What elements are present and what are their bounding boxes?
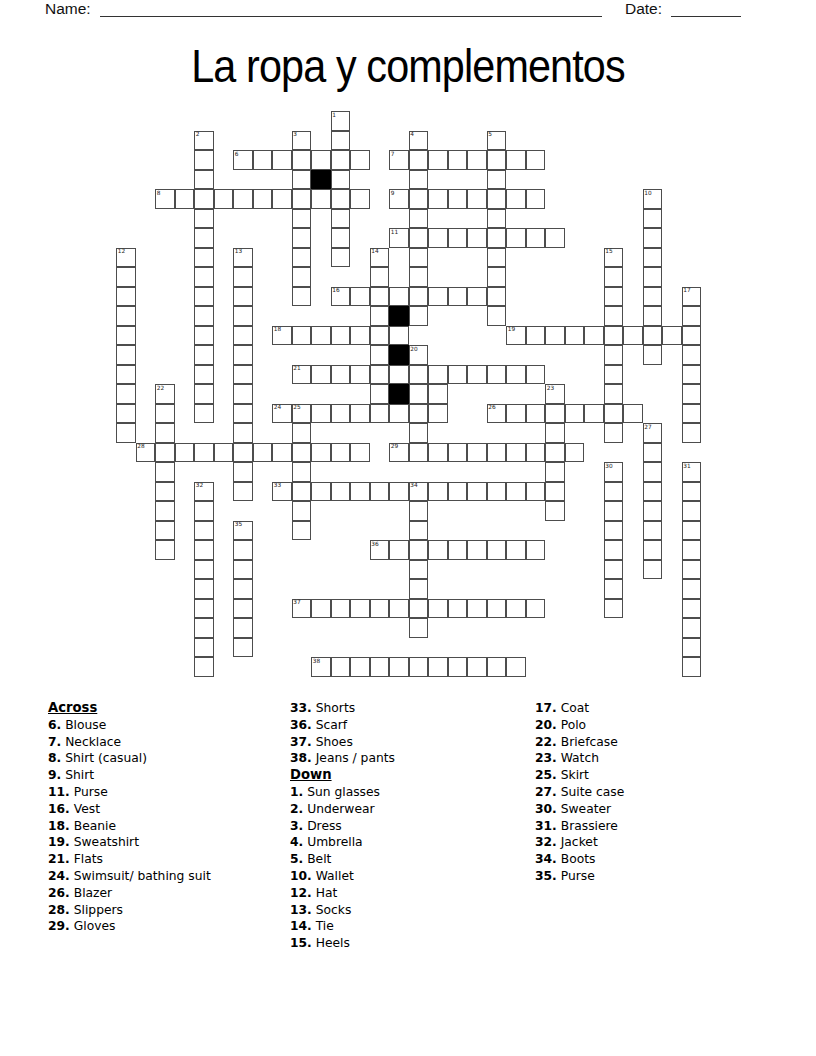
grid-cell[interactable]	[370, 384, 390, 404]
grid-cell[interactable]	[272, 443, 292, 463]
grid-cell[interactable]	[643, 287, 663, 307]
grid-cell[interactable]	[467, 228, 487, 248]
grid-cell[interactable]	[506, 599, 526, 619]
grid-cell[interactable]	[448, 228, 468, 248]
grid-cell[interactable]	[292, 267, 312, 287]
grid-cell[interactable]	[233, 404, 253, 424]
grid-cell[interactable]	[233, 384, 253, 404]
grid-cell[interactable]	[409, 150, 429, 170]
grid-cell[interactable]	[643, 326, 663, 346]
grid-cell[interactable]	[409, 306, 429, 326]
grid-cell[interactable]	[604, 287, 624, 307]
grid-cell[interactable]	[428, 150, 448, 170]
grid-cell[interactable]	[604, 579, 624, 599]
grid-cell[interactable]	[409, 443, 429, 463]
grid-cell[interactable]: 18	[272, 326, 292, 346]
grid-cell[interactable]	[682, 638, 702, 658]
grid-cell[interactable]	[350, 443, 370, 463]
grid-cell[interactable]	[194, 248, 214, 268]
grid-cell[interactable]	[194, 365, 214, 385]
grid-cell[interactable]: 37	[292, 599, 312, 619]
grid-cell[interactable]	[662, 326, 682, 346]
grid-cell[interactable]	[467, 189, 487, 209]
grid-cell[interactable]	[292, 150, 312, 170]
grid-cell[interactable]	[428, 443, 448, 463]
grid-cell[interactable]	[428, 599, 448, 619]
grid-cell[interactable]	[428, 189, 448, 209]
grid-cell[interactable]	[389, 599, 409, 619]
grid-cell[interactable]	[409, 599, 429, 619]
grid-cell[interactable]	[428, 365, 448, 385]
grid-cell[interactable]	[194, 228, 214, 248]
grid-cell[interactable]	[487, 189, 507, 209]
grid-cell[interactable]	[116, 306, 136, 326]
grid-cell[interactable]	[526, 326, 546, 346]
grid-cell[interactable]	[428, 287, 448, 307]
grid-cell[interactable]	[604, 384, 624, 404]
grid-cell[interactable]	[643, 443, 663, 463]
grid-cell[interactable]: 16	[331, 287, 351, 307]
grid-cell[interactable]	[526, 365, 546, 385]
grid-cell[interactable]	[389, 657, 409, 677]
grid-cell[interactable]	[467, 150, 487, 170]
grid-cell[interactable]	[370, 599, 390, 619]
grid-cell[interactable]	[506, 404, 526, 424]
grid-cell[interactable]: 3	[292, 131, 312, 151]
grid-cell[interactable]	[487, 248, 507, 268]
grid-cell[interactable]	[292, 209, 312, 229]
grid-cell[interactable]	[389, 287, 409, 307]
grid-cell[interactable]	[643, 267, 663, 287]
grid-cell[interactable]	[448, 287, 468, 307]
grid-cell[interactable]	[331, 189, 351, 209]
grid-cell[interactable]	[311, 326, 331, 346]
grid-cell[interactable]	[428, 540, 448, 560]
grid-cell[interactable]	[487, 287, 507, 307]
grid-cell[interactable]	[272, 150, 292, 170]
grid-cell[interactable]	[350, 326, 370, 346]
grid-cell[interactable]	[311, 189, 331, 209]
grid-cell[interactable]	[311, 365, 331, 385]
grid-cell[interactable]: 19	[506, 326, 526, 346]
grid-cell[interactable]	[467, 365, 487, 385]
grid-cell[interactable]	[370, 306, 390, 326]
grid-cell[interactable]	[682, 540, 702, 560]
grid-cell[interactable]	[194, 287, 214, 307]
grid-cell[interactable]	[331, 209, 351, 229]
grid-cell[interactable]	[643, 248, 663, 268]
grid-cell[interactable]	[253, 150, 273, 170]
grid-cell[interactable]: 12	[116, 248, 136, 268]
grid-cell[interactable]	[506, 189, 526, 209]
grid-cell[interactable]	[643, 209, 663, 229]
grid-cell[interactable]	[233, 189, 253, 209]
grid-cell[interactable]	[604, 404, 624, 424]
grid-cell[interactable]	[467, 443, 487, 463]
grid-cell[interactable]	[545, 501, 565, 521]
grid-cell[interactable]	[233, 462, 253, 482]
grid-cell[interactable]	[194, 326, 214, 346]
grid-cell[interactable]: 22	[155, 384, 175, 404]
grid-cell[interactable]	[194, 267, 214, 287]
grid-cell[interactable]	[448, 482, 468, 502]
grid-cell[interactable]	[194, 189, 214, 209]
grid-cell[interactable]	[643, 306, 663, 326]
grid-cell[interactable]	[331, 150, 351, 170]
grid-cell[interactable]	[311, 443, 331, 463]
grid-cell[interactable]	[448, 599, 468, 619]
grid-cell[interactable]	[448, 189, 468, 209]
grid-cell[interactable]	[370, 482, 390, 502]
grid-cell[interactable]	[467, 657, 487, 677]
grid-cell[interactable]	[194, 404, 214, 424]
grid-cell[interactable]	[311, 482, 331, 502]
grid-cell[interactable]	[350, 657, 370, 677]
grid-cell[interactable]	[389, 540, 409, 560]
grid-cell[interactable]	[116, 345, 136, 365]
grid-cell[interactable]	[487, 228, 507, 248]
grid-cell[interactable]	[487, 209, 507, 229]
grid-cell[interactable]: 2	[194, 131, 214, 151]
grid-cell[interactable]	[253, 189, 273, 209]
grid-cell[interactable]	[155, 443, 175, 463]
grid-cell[interactable]	[467, 599, 487, 619]
grid-cell[interactable]	[389, 365, 409, 385]
grid-cell[interactable]: 25	[292, 404, 312, 424]
grid-cell[interactable]	[409, 170, 429, 190]
grid-cell[interactable]	[155, 462, 175, 482]
grid-cell[interactable]	[545, 326, 565, 346]
grid-cell[interactable]	[370, 365, 390, 385]
grid-cell[interactable]	[155, 521, 175, 541]
grid-cell[interactable]	[545, 443, 565, 463]
grid-cell[interactable]	[350, 189, 370, 209]
grid-cell[interactable]	[194, 501, 214, 521]
grid-cell[interactable]	[448, 540, 468, 560]
grid-cell[interactable]	[292, 170, 312, 190]
grid-cell[interactable]: 4	[409, 131, 429, 151]
grid-cell[interactable]	[604, 540, 624, 560]
grid-cell[interactable]: 28	[136, 443, 156, 463]
grid-cell[interactable]	[448, 365, 468, 385]
grid-cell[interactable]	[682, 306, 702, 326]
grid-cell[interactable]	[253, 443, 273, 463]
grid-cell[interactable]	[506, 365, 526, 385]
grid-cell[interactable]	[194, 599, 214, 619]
grid-cell[interactable]	[643, 560, 663, 580]
grid-cell[interactable]	[448, 443, 468, 463]
grid-cell[interactable]: 31	[682, 462, 702, 482]
grid-cell[interactable]	[370, 287, 390, 307]
grid-cell[interactable]	[409, 579, 429, 599]
grid-cell[interactable]	[682, 384, 702, 404]
grid-cell[interactable]	[331, 228, 351, 248]
grid-cell[interactable]: 30	[604, 462, 624, 482]
grid-cell[interactable]	[292, 423, 312, 443]
grid-cell[interactable]: 32	[194, 482, 214, 502]
grid-cell[interactable]	[526, 443, 546, 463]
grid-cell[interactable]	[194, 443, 214, 463]
grid-cell[interactable]	[194, 657, 214, 677]
grid-cell[interactable]	[116, 326, 136, 346]
grid-cell[interactable]	[272, 189, 292, 209]
grid-cell[interactable]	[194, 384, 214, 404]
grid-cell[interactable]	[292, 189, 312, 209]
grid-cell[interactable]	[448, 150, 468, 170]
grid-cell[interactable]	[409, 560, 429, 580]
grid-cell[interactable]: 11	[389, 228, 409, 248]
grid-cell[interactable]	[370, 326, 390, 346]
grid-cell[interactable]	[350, 404, 370, 424]
grid-cell[interactable]	[233, 287, 253, 307]
grid-cell[interactable]	[487, 267, 507, 287]
grid-cell[interactable]	[409, 657, 429, 677]
grid-cell[interactable]	[233, 443, 253, 463]
grid-cell[interactable]: 35	[233, 521, 253, 541]
grid-cell[interactable]: 17	[682, 287, 702, 307]
grid-cell[interactable]	[370, 345, 390, 365]
grid-cell[interactable]	[233, 365, 253, 385]
date-input-line[interactable]	[671, 16, 741, 17]
grid-cell[interactable]	[409, 189, 429, 209]
grid-cell[interactable]: 6	[233, 150, 253, 170]
grid-cell[interactable]: 20	[409, 345, 429, 365]
grid-cell[interactable]	[155, 423, 175, 443]
grid-cell[interactable]	[604, 501, 624, 521]
grid-cell[interactable]	[623, 326, 643, 346]
grid-cell[interactable]	[604, 326, 624, 346]
grid-cell[interactable]	[526, 150, 546, 170]
grid-cell[interactable]	[350, 599, 370, 619]
grid-cell[interactable]: 33	[272, 482, 292, 502]
grid-cell[interactable]	[604, 306, 624, 326]
grid-cell[interactable]	[331, 404, 351, 424]
grid-cell[interactable]	[682, 618, 702, 638]
grid-cell[interactable]	[487, 306, 507, 326]
grid-cell[interactable]	[194, 170, 214, 190]
grid-cell[interactable]	[428, 657, 448, 677]
grid-cell[interactable]	[682, 501, 702, 521]
grid-cell[interactable]	[467, 540, 487, 560]
grid-cell[interactable]: 34	[409, 482, 429, 502]
grid-cell[interactable]	[409, 209, 429, 229]
grid-cell[interactable]	[194, 150, 214, 170]
grid-cell[interactable]	[487, 150, 507, 170]
grid-cell[interactable]	[233, 618, 253, 638]
grid-cell[interactable]	[643, 482, 663, 502]
grid-cell[interactable]: 24	[272, 404, 292, 424]
grid-cell[interactable]	[350, 365, 370, 385]
grid-cell[interactable]	[292, 521, 312, 541]
grid-cell[interactable]	[370, 657, 390, 677]
grid-cell[interactable]	[311, 404, 331, 424]
grid-cell[interactable]	[194, 560, 214, 580]
grid-cell[interactable]	[682, 657, 702, 677]
grid-cell[interactable]	[233, 482, 253, 502]
grid-cell[interactable]: 14	[370, 248, 390, 268]
grid-cell[interactable]	[292, 443, 312, 463]
grid-cell[interactable]	[448, 657, 468, 677]
grid-cell[interactable]	[545, 228, 565, 248]
grid-cell[interactable]	[331, 599, 351, 619]
grid-cell[interactable]	[233, 345, 253, 365]
grid-cell[interactable]	[409, 423, 429, 443]
grid-cell[interactable]: 27	[643, 423, 663, 443]
grid-cell[interactable]	[331, 131, 351, 151]
grid-cell[interactable]	[194, 521, 214, 541]
grid-cell[interactable]	[526, 599, 546, 619]
grid-cell[interactable]	[643, 521, 663, 541]
grid-cell[interactable]	[643, 462, 663, 482]
grid-cell[interactable]	[311, 599, 331, 619]
grid-cell[interactable]: 23	[545, 384, 565, 404]
grid-cell[interactable]	[331, 326, 351, 346]
grid-cell[interactable]: 29	[389, 443, 409, 463]
grid-cell[interactable]	[604, 423, 624, 443]
grid-cell[interactable]	[487, 365, 507, 385]
grid-cell[interactable]	[682, 404, 702, 424]
grid-cell[interactable]	[233, 267, 253, 287]
grid-cell[interactable]: 9	[389, 189, 409, 209]
grid-cell[interactable]	[487, 170, 507, 190]
grid-cell[interactable]: 13	[233, 248, 253, 268]
grid-cell[interactable]	[116, 404, 136, 424]
grid-cell[interactable]	[506, 482, 526, 502]
grid-cell[interactable]	[565, 326, 585, 346]
grid-cell[interactable]	[487, 599, 507, 619]
grid-cell[interactable]	[292, 462, 312, 482]
grid-cell[interactable]	[409, 248, 429, 268]
grid-cell[interactable]	[584, 326, 604, 346]
grid-cell[interactable]	[545, 404, 565, 424]
grid-cell[interactable]	[487, 540, 507, 560]
grid-cell[interactable]	[682, 326, 702, 346]
grid-cell[interactable]	[682, 521, 702, 541]
grid-cell[interactable]	[116, 287, 136, 307]
grid-cell[interactable]	[233, 306, 253, 326]
grid-cell[interactable]	[409, 540, 429, 560]
grid-cell[interactable]	[389, 326, 409, 346]
grid-cell[interactable]: 8	[155, 189, 175, 209]
grid-cell[interactable]: 38	[311, 657, 331, 677]
grid-cell[interactable]	[409, 365, 429, 385]
grid-cell[interactable]	[292, 287, 312, 307]
grid-cell[interactable]	[116, 267, 136, 287]
grid-cell[interactable]	[155, 404, 175, 424]
grid-cell[interactable]	[643, 345, 663, 365]
grid-cell[interactable]	[428, 404, 448, 424]
grid-cell[interactable]	[487, 657, 507, 677]
grid-cell[interactable]: 7	[389, 150, 409, 170]
grid-cell[interactable]	[682, 560, 702, 580]
grid-cell[interactable]	[526, 228, 546, 248]
grid-cell[interactable]	[116, 384, 136, 404]
name-input-line[interactable]	[100, 16, 602, 17]
grid-cell[interactable]	[409, 501, 429, 521]
grid-cell[interactable]	[526, 482, 546, 502]
grid-cell[interactable]	[116, 365, 136, 385]
grid-cell[interactable]	[584, 404, 604, 424]
grid-cell[interactable]	[467, 482, 487, 502]
grid-cell[interactable]: 10	[643, 189, 663, 209]
grid-cell[interactable]	[526, 189, 546, 209]
grid-cell[interactable]	[292, 248, 312, 268]
grid-cell[interactable]	[545, 423, 565, 443]
grid-cell[interactable]	[526, 404, 546, 424]
grid-cell[interactable]	[233, 579, 253, 599]
grid-cell[interactable]	[214, 443, 234, 463]
grid-cell[interactable]	[545, 462, 565, 482]
grid-cell[interactable]	[155, 540, 175, 560]
grid-cell[interactable]: 15	[604, 248, 624, 268]
grid-cell[interactable]	[194, 618, 214, 638]
grid-cell[interactable]: 1	[331, 111, 351, 131]
grid-cell[interactable]	[194, 638, 214, 658]
grid-cell[interactable]	[155, 482, 175, 502]
grid-cell[interactable]	[350, 482, 370, 502]
grid-cell[interactable]	[604, 560, 624, 580]
grid-cell[interactable]	[604, 482, 624, 502]
grid-cell[interactable]	[545, 482, 565, 502]
grid-cell[interactable]	[194, 209, 214, 229]
grid-cell[interactable]	[604, 599, 624, 619]
grid-cell[interactable]	[643, 501, 663, 521]
grid-cell[interactable]	[428, 482, 448, 502]
grid-cell[interactable]: 36	[370, 540, 390, 560]
grid-cell[interactable]	[506, 228, 526, 248]
grid-cell[interactable]	[487, 443, 507, 463]
grid-cell[interactable]: 5	[487, 131, 507, 151]
grid-cell[interactable]	[604, 267, 624, 287]
grid-cell[interactable]	[526, 540, 546, 560]
grid-cell[interactable]	[292, 326, 312, 346]
grid-cell[interactable]	[604, 521, 624, 541]
grid-cell[interactable]	[389, 482, 409, 502]
grid-cell[interactable]	[116, 423, 136, 443]
grid-cell[interactable]	[214, 189, 234, 209]
grid-cell[interactable]	[233, 423, 253, 443]
grid-cell[interactable]	[487, 482, 507, 502]
grid-cell[interactable]	[604, 365, 624, 385]
grid-cell[interactable]	[194, 306, 214, 326]
grid-cell[interactable]	[233, 638, 253, 658]
grid-cell[interactable]	[233, 326, 253, 346]
grid-cell[interactable]	[682, 365, 702, 385]
grid-cell[interactable]	[233, 540, 253, 560]
grid-cell[interactable]	[331, 248, 351, 268]
grid-cell[interactable]	[604, 345, 624, 365]
grid-cell[interactable]	[506, 443, 526, 463]
grid-cell[interactable]	[409, 267, 429, 287]
grid-cell[interactable]	[350, 287, 370, 307]
grid-cell[interactable]	[409, 618, 429, 638]
grid-cell[interactable]	[389, 404, 409, 424]
grid-cell[interactable]	[370, 404, 390, 424]
grid-cell[interactable]	[409, 404, 429, 424]
grid-cell[interactable]	[292, 228, 312, 248]
grid-cell[interactable]	[682, 482, 702, 502]
grid-cell[interactable]	[428, 384, 448, 404]
grid-cell[interactable]	[292, 482, 312, 502]
grid-cell[interactable]	[233, 560, 253, 580]
grid-cell[interactable]	[682, 579, 702, 599]
grid-cell[interactable]	[643, 540, 663, 560]
grid-cell[interactable]	[643, 228, 663, 248]
grid-cell[interactable]	[565, 443, 585, 463]
grid-cell[interactable]	[331, 170, 351, 190]
grid-cell[interactable]	[565, 404, 585, 424]
grid-cell[interactable]	[194, 540, 214, 560]
